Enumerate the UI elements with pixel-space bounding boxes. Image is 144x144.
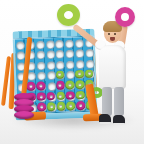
cell-r1c3	[34, 38, 44, 49]
ring-center-hole	[68, 83, 71, 86]
cell-r4c5	[55, 69, 65, 80]
cell-r7c7	[75, 100, 85, 111]
ring-center-hole	[69, 94, 72, 97]
child-left-eye	[108, 33, 110, 35]
ring-center-hole	[40, 106, 43, 109]
ring-center-hole	[79, 94, 82, 97]
stacked-pink-ring	[14, 111, 34, 119]
cell-r3c7	[74, 58, 84, 69]
cell-r4c7	[74, 69, 84, 80]
ring-center-hole	[59, 105, 62, 108]
cell-r5c2	[26, 81, 36, 92]
ring-center-hole	[88, 72, 91, 75]
cell-r3c5	[54, 59, 64, 70]
pink-ring-piece	[27, 82, 36, 91]
green-ring-piece	[75, 80, 84, 89]
cell-r2c4	[44, 49, 54, 60]
cell-r1c1	[15, 39, 25, 50]
cell-r1c7	[73, 37, 83, 48]
cell-r1c6	[63, 37, 73, 48]
cell-r6c5	[56, 90, 66, 101]
cell-r1c4	[44, 38, 54, 49]
cell-r2c5	[54, 48, 64, 59]
pink-ring-piece	[76, 101, 85, 110]
cell-r3c6	[64, 58, 74, 69]
ring-center-hole	[78, 73, 81, 76]
cell-r7c5	[56, 101, 66, 112]
cell-r4c8	[84, 68, 94, 79]
cell-r3c8	[84, 58, 94, 69]
cell-r6c3	[36, 91, 46, 102]
ring-center-hole	[29, 85, 32, 88]
ring-center-hole	[40, 95, 43, 98]
cell-r7c4	[46, 101, 56, 112]
cell-r5c5	[55, 80, 65, 91]
ring-center-hole	[69, 105, 72, 108]
ring-center-hole	[58, 73, 61, 76]
cell-r1c5	[54, 38, 64, 49]
ring-center-hole	[59, 84, 62, 87]
pink-ring-piece	[36, 82, 45, 91]
cell-r4c3	[35, 70, 45, 81]
cell-r3c4	[45, 59, 55, 70]
pink-ring-stack	[14, 93, 36, 119]
ring-center-hole	[79, 104, 82, 107]
product-photo-scene	[0, 0, 144, 144]
cell-r6c6	[65, 90, 75, 101]
cell-r5c6	[65, 80, 75, 91]
held-green-ring	[57, 4, 80, 26]
child-left-leg	[102, 87, 112, 116]
cell-r7c6	[66, 101, 76, 112]
child-right-eye	[114, 33, 116, 35]
cell-r2c1	[15, 50, 25, 61]
ring-center-hole	[59, 94, 62, 97]
cell-r2c7	[74, 48, 84, 59]
cell-r4c4	[45, 70, 55, 81]
cell-r2c3	[35, 49, 45, 60]
cell-r5c3	[36, 81, 46, 92]
pink-ring-piece	[56, 81, 65, 90]
cell-r5c4	[45, 80, 55, 91]
cell-r5c7	[75, 79, 85, 90]
held-pink-ring	[115, 7, 135, 27]
ring-center-hole	[50, 105, 53, 108]
child-left-shoe	[99, 114, 111, 124]
child-right-leg	[114, 87, 124, 116]
green-ring-piece	[75, 70, 84, 79]
pink-ring-piece	[37, 103, 46, 112]
ring-center-hole	[78, 83, 81, 86]
ring-center-hole	[49, 95, 52, 98]
cell-r2c6	[64, 48, 74, 59]
cell-r3c3	[35, 59, 45, 70]
cell-r4c6	[65, 69, 75, 80]
cell-r6c7	[75, 90, 85, 101]
cell-r2c8	[83, 47, 93, 58]
child-right-shoe	[113, 115, 125, 125]
cell-r6c4	[46, 91, 56, 102]
ring-center-hole	[39, 85, 42, 88]
child-torso-white-shirt	[99, 45, 126, 89]
green-ring-piece	[66, 81, 75, 90]
